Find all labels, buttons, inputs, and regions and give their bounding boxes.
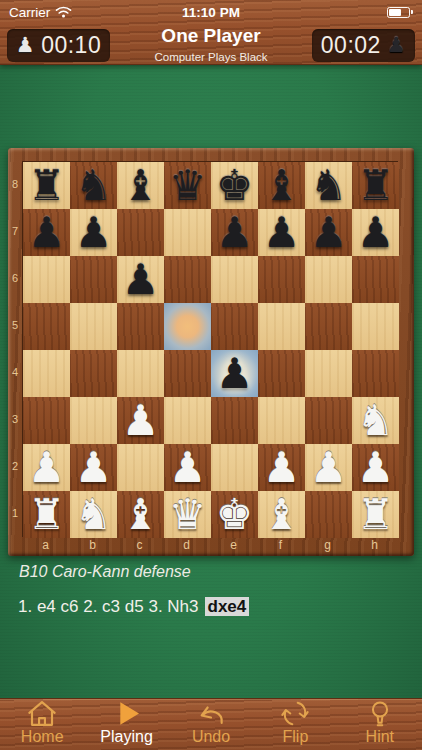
- white-pawn: ♟: [28, 444, 66, 491]
- square-c3[interactable]: ♟: [117, 397, 164, 444]
- square-a4[interactable]: [23, 350, 70, 397]
- square-e7[interactable]: ♟: [211, 209, 258, 256]
- hint-icon: [364, 700, 396, 727]
- file-label-g: g: [304, 536, 351, 556]
- square-b6[interactable]: [70, 256, 117, 303]
- square-a1[interactable]: ♜: [23, 491, 70, 538]
- rank-label-4: 4: [8, 349, 22, 396]
- black-rook: ♜: [357, 162, 395, 209]
- square-h7[interactable]: ♟: [352, 209, 399, 256]
- square-b7[interactable]: ♟: [70, 209, 117, 256]
- square-e3[interactable]: [211, 397, 258, 444]
- black-clock: 00:02 ♟: [312, 29, 415, 62]
- black-pawn: ♟: [216, 350, 254, 397]
- rank-label-7: 7: [8, 208, 22, 255]
- white-bishop: ♝: [122, 491, 160, 538]
- square-c1[interactable]: ♝: [117, 491, 164, 538]
- square-f2[interactable]: ♟: [258, 444, 305, 491]
- square-f6[interactable]: [258, 256, 305, 303]
- black-pawn-icon: ♟: [387, 35, 406, 56]
- square-d8[interactable]: ♛: [164, 162, 211, 209]
- white-knight: ♞: [357, 397, 395, 444]
- square-h2[interactable]: ♟: [352, 444, 399, 491]
- toolbar-flip-label: Flip: [283, 728, 309, 746]
- toolbar-hint-label: Hint: [366, 728, 394, 746]
- white-pawn: ♟: [357, 444, 395, 491]
- rank-label-3: 3: [8, 396, 22, 443]
- file-label-b: b: [69, 536, 116, 556]
- black-pawn: ♟: [263, 209, 301, 256]
- app-screen: 11:10 PM Carrier ♟ 00:10 One Player Comp…: [0, 0, 422, 750]
- white-pawn: ♟: [263, 444, 301, 491]
- move-list: 1. e4 c6 2. c3 d5 3. Nh3dxe4: [18, 597, 249, 617]
- white-king: ♚: [216, 491, 254, 538]
- black-pawn: ♟: [310, 209, 348, 256]
- square-c4[interactable]: [117, 350, 164, 397]
- square-h4[interactable]: [352, 350, 399, 397]
- black-pawn: ♟: [216, 209, 254, 256]
- rank-label-5: 5: [8, 302, 22, 349]
- black-pawn: ♟: [357, 209, 395, 256]
- square-f4[interactable]: [258, 350, 305, 397]
- square-h5[interactable]: [352, 303, 399, 350]
- file-label-d: d: [163, 536, 210, 556]
- square-a8[interactable]: ♜: [23, 162, 70, 209]
- toolbar-undo-label: Undo: [192, 728, 230, 746]
- square-c5[interactable]: [117, 303, 164, 350]
- square-e1[interactable]: ♚: [211, 491, 258, 538]
- square-a7[interactable]: ♟: [23, 209, 70, 256]
- square-h8[interactable]: ♜: [352, 162, 399, 209]
- file-label-e: e: [210, 536, 257, 556]
- black-queen: ♛: [169, 162, 207, 209]
- chess-board: 87654321 ♜♞♝♛♚♝♞♜♟♟♟♟♟♟♟♟♟♞♟♟♟♟♟♟♜♞♝♛♚♝♜…: [8, 148, 414, 556]
- black-rook: ♜: [28, 162, 66, 209]
- toolbar-flip[interactable]: Flip: [253, 699, 337, 750]
- undo-icon: [195, 700, 227, 727]
- white-pawn-icon: ♟: [16, 35, 35, 56]
- square-e5[interactable]: [211, 303, 258, 350]
- square-g4[interactable]: [305, 350, 352, 397]
- square-d2[interactable]: ♟: [164, 444, 211, 491]
- black-bishop: ♝: [263, 162, 301, 209]
- square-g6[interactable]: [305, 256, 352, 303]
- square-g1[interactable]: [305, 491, 352, 538]
- black-pawn: ♟: [122, 256, 160, 303]
- square-a5[interactable]: [23, 303, 70, 350]
- toolbar-playing[interactable]: Playing: [84, 699, 168, 750]
- black-clock-time: 00:02: [321, 32, 381, 59]
- square-e2[interactable]: [211, 444, 258, 491]
- square-e8[interactable]: ♚: [211, 162, 258, 209]
- square-d5[interactable]: [164, 303, 211, 350]
- black-pawn: ♟: [28, 209, 66, 256]
- square-g7[interactable]: ♟: [305, 209, 352, 256]
- black-knight: ♞: [75, 162, 113, 209]
- square-h3[interactable]: ♞: [352, 397, 399, 444]
- title-box: One Player Computer Plays Black: [110, 25, 312, 63]
- rank-label-6: 6: [8, 255, 22, 302]
- rank-labels: 87654321: [8, 161, 22, 537]
- white-rook: ♜: [357, 491, 395, 538]
- square-f1[interactable]: ♝: [258, 491, 305, 538]
- page-title: One Player: [110, 25, 312, 47]
- square-c8[interactable]: ♝: [117, 162, 164, 209]
- play-icon: [111, 700, 143, 727]
- status-time: 11:10 PM: [0, 5, 422, 20]
- white-pawn: ♟: [310, 444, 348, 491]
- white-queen: ♛: [169, 491, 207, 538]
- black-bishop: ♝: [122, 162, 160, 209]
- white-clock-time: 00:10: [41, 32, 101, 59]
- square-d6[interactable]: [164, 256, 211, 303]
- home-icon: [26, 700, 58, 727]
- rank-label-8: 8: [8, 161, 22, 208]
- square-a2[interactable]: ♟: [23, 444, 70, 491]
- square-d1[interactable]: ♛: [164, 491, 211, 538]
- moves-text: 1. e4 c6 2. c3 d5 3. Nh3: [18, 597, 199, 616]
- status-bar: 11:10 PM Carrier: [0, 0, 422, 24]
- square-g2[interactable]: ♟: [305, 444, 352, 491]
- opening-name: B10 Caro-Kann defense: [19, 563, 191, 581]
- toolbar-playing-label: Playing: [100, 728, 152, 746]
- square-h6[interactable]: [352, 256, 399, 303]
- board-squares[interactable]: ♜♞♝♛♚♝♞♜♟♟♟♟♟♟♟♟♟♞♟♟♟♟♟♟♜♞♝♛♚♝♜: [22, 161, 398, 537]
- toolbar: Home Playing Undo Flip: [0, 698, 422, 750]
- square-d4[interactable]: [164, 350, 211, 397]
- battery-icon: [387, 7, 413, 18]
- white-rook: ♜: [28, 491, 66, 538]
- square-c6[interactable]: ♟: [117, 256, 164, 303]
- square-b5[interactable]: [70, 303, 117, 350]
- file-label-f: f: [257, 536, 304, 556]
- square-b3[interactable]: [70, 397, 117, 444]
- toolbar-home-label: Home: [21, 728, 64, 746]
- square-b4[interactable]: [70, 350, 117, 397]
- square-d7[interactable]: [164, 209, 211, 256]
- square-a6[interactable]: [23, 256, 70, 303]
- square-b2[interactable]: ♟: [70, 444, 117, 491]
- file-label-a: a: [22, 536, 69, 556]
- square-f8[interactable]: ♝: [258, 162, 305, 209]
- white-clock: ♟ 00:10: [7, 29, 110, 62]
- white-pawn: ♟: [75, 444, 113, 491]
- square-c7[interactable]: [117, 209, 164, 256]
- toolbar-home[interactable]: Home: [0, 699, 84, 750]
- file-label-c: c: [116, 536, 163, 556]
- page-subtitle: Computer Plays Black: [110, 51, 312, 63]
- square-g8[interactable]: ♞: [305, 162, 352, 209]
- file-label-h: h: [351, 536, 398, 556]
- square-a3[interactable]: [23, 397, 70, 444]
- rank-label-2: 2: [8, 443, 22, 490]
- square-g5[interactable]: [305, 303, 352, 350]
- white-pawn: ♟: [169, 444, 207, 491]
- black-pawn: ♟: [75, 209, 113, 256]
- flip-icon: [279, 700, 311, 727]
- file-labels: abcdefgh: [22, 536, 398, 556]
- square-b1[interactable]: ♞: [70, 491, 117, 538]
- white-knight: ♞: [75, 491, 113, 538]
- square-d3[interactable]: [164, 397, 211, 444]
- square-g3[interactable]: [305, 397, 352, 444]
- square-f5[interactable]: [258, 303, 305, 350]
- square-b8[interactable]: ♞: [70, 162, 117, 209]
- black-knight: ♞: [310, 162, 348, 209]
- square-e4[interactable]: ♟: [211, 350, 258, 397]
- toolbar-undo[interactable]: Undo: [169, 699, 253, 750]
- square-h1[interactable]: ♜: [352, 491, 399, 538]
- square-c2[interactable]: [117, 444, 164, 491]
- square-f3[interactable]: [258, 397, 305, 444]
- last-move-badge: dxe4: [205, 597, 250, 616]
- toolbar-hint[interactable]: Hint: [338, 699, 422, 750]
- white-pawn: ♟: [122, 397, 160, 444]
- rank-label-1: 1: [8, 490, 22, 537]
- black-king: ♚: [216, 162, 254, 209]
- white-bishop: ♝: [263, 491, 301, 538]
- header-bar: 11:10 PM Carrier ♟ 00:10 One Player Comp…: [0, 0, 422, 65]
- square-f7[interactable]: ♟: [258, 209, 305, 256]
- square-e6[interactable]: [211, 256, 258, 303]
